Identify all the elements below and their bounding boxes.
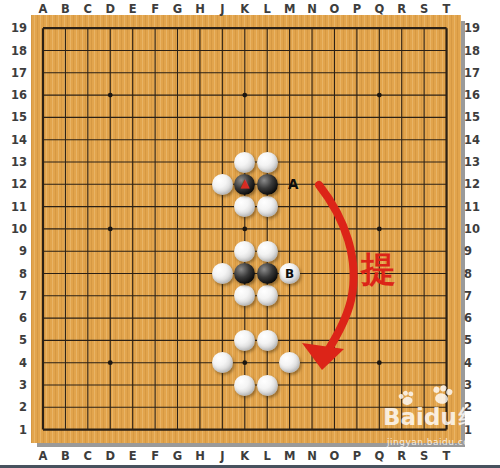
- col-label-bottom-S: S: [415, 449, 433, 463]
- white-stone-K5: [234, 330, 255, 351]
- row-label-left-3: 3: [5, 378, 27, 392]
- col-label-bottom-P: P: [348, 449, 366, 463]
- col-label-top-P: P: [348, 2, 366, 16]
- white-stone-L7: [257, 285, 278, 306]
- white-stone-L9: [257, 241, 278, 262]
- col-label-top-J: J: [213, 2, 231, 16]
- stone-letter-B: B: [282, 267, 298, 281]
- row-label-right-8: 8: [464, 267, 472, 281]
- row-label-left-9: 9: [5, 244, 27, 258]
- point-letter-A: A: [285, 177, 301, 192]
- row-label-left-16: 16: [5, 88, 27, 102]
- row-label-right-15: 15: [464, 110, 480, 124]
- black-stone-L8: [257, 263, 278, 284]
- row-label-right-13: 13: [464, 155, 480, 169]
- row-label-left-15: 15: [5, 110, 27, 124]
- row-label-left-14: 14: [5, 133, 27, 147]
- white-stone-K13: [234, 152, 255, 173]
- black-stone-L12: [257, 174, 278, 195]
- col-label-bottom-M: M: [281, 449, 299, 463]
- row-label-right-11: 11: [464, 200, 480, 214]
- col-label-bottom-D: D: [101, 449, 119, 463]
- row-label-left-2: 2: [5, 400, 27, 414]
- white-stone-L3: [257, 375, 278, 396]
- col-label-bottom-T: T: [438, 449, 456, 463]
- col-label-top-S: S: [415, 2, 433, 16]
- white-stone-J8: [212, 263, 233, 284]
- col-label-bottom-N: N: [303, 449, 321, 463]
- col-label-top-L: L: [258, 2, 276, 16]
- col-label-top-C: C: [79, 2, 97, 16]
- row-label-right-5: 5: [464, 333, 472, 347]
- white-stone-L11: [257, 196, 278, 217]
- col-label-bottom-F: F: [146, 449, 164, 463]
- col-label-bottom-B: B: [56, 449, 74, 463]
- watermark-url: jingyan.baidu.com: [387, 437, 479, 447]
- col-label-top-N: N: [303, 2, 321, 16]
- col-label-top-K: K: [236, 2, 254, 16]
- capture-label: 提: [361, 250, 396, 288]
- col-label-top-H: H: [191, 2, 209, 16]
- col-label-bottom-G: G: [169, 449, 187, 463]
- triangle-marker-K12: ▲: [237, 177, 253, 190]
- row-label-left-10: 10: [5, 222, 27, 236]
- row-label-right-17: 17: [464, 66, 480, 80]
- white-stone-J12: [212, 174, 233, 195]
- row-label-right-6: 6: [464, 311, 472, 325]
- white-stone-L5: [257, 330, 278, 351]
- col-label-bottom-Q: Q: [370, 449, 388, 463]
- row-label-left-19: 19: [5, 21, 27, 35]
- col-label-bottom-C: C: [79, 449, 97, 463]
- col-label-top-D: D: [101, 2, 119, 16]
- col-label-top-A: A: [34, 2, 52, 16]
- white-stone-K9: [234, 241, 255, 262]
- go-capture-diagram: AABBCCDDEEFFGGHHJJKKLLMMNNOOPPQQRRSSTT19…: [0, 0, 500, 468]
- row-label-right-19: 19: [464, 21, 480, 35]
- white-stone-K3: [234, 375, 255, 396]
- col-label-top-F: F: [146, 2, 164, 16]
- col-label-bottom-K: K: [236, 449, 254, 463]
- row-label-right-9: 9: [464, 244, 472, 258]
- col-label-bottom-R: R: [393, 449, 411, 463]
- row-label-right-16: 16: [464, 88, 480, 102]
- watermark-brand: Baidu: [383, 404, 457, 430]
- row-label-left-6: 6: [5, 311, 27, 325]
- row-label-left-12: 12: [5, 177, 27, 191]
- col-label-bottom-O: O: [325, 449, 343, 463]
- row-label-left-1: 1: [5, 423, 27, 437]
- row-label-right-12: 12: [464, 177, 480, 191]
- col-label-top-B: B: [56, 2, 74, 16]
- row-label-left-8: 8: [5, 267, 27, 281]
- row-label-left-5: 5: [5, 333, 27, 347]
- row-label-right-18: 18: [464, 44, 480, 58]
- col-label-top-Q: Q: [370, 2, 388, 16]
- col-label-bottom-A: A: [34, 449, 52, 463]
- row-label-left-7: 7: [5, 289, 27, 303]
- row-label-left-4: 4: [5, 356, 27, 370]
- row-label-left-13: 13: [5, 155, 27, 169]
- col-label-bottom-H: H: [191, 449, 209, 463]
- col-label-top-R: R: [393, 2, 411, 16]
- col-label-top-M: M: [281, 2, 299, 16]
- col-label-top-E: E: [124, 2, 142, 16]
- col-label-top-T: T: [438, 2, 456, 16]
- white-stone-J4: [212, 352, 233, 373]
- row-label-left-17: 17: [5, 66, 27, 80]
- row-label-right-14: 14: [464, 133, 480, 147]
- col-label-bottom-L: L: [258, 449, 276, 463]
- watermark-suffix: 经验: [459, 403, 500, 431]
- row-label-left-11: 11: [5, 200, 27, 214]
- row-label-right-7: 7: [464, 289, 472, 303]
- col-label-bottom-J: J: [213, 449, 231, 463]
- col-label-top-G: G: [169, 2, 187, 16]
- col-label-bottom-E: E: [124, 449, 142, 463]
- row-label-right-10: 10: [464, 222, 480, 236]
- col-label-top-O: O: [325, 2, 343, 16]
- row-label-left-18: 18: [5, 44, 27, 58]
- white-stone-L13: [257, 152, 278, 173]
- row-label-right-4: 4: [464, 356, 472, 370]
